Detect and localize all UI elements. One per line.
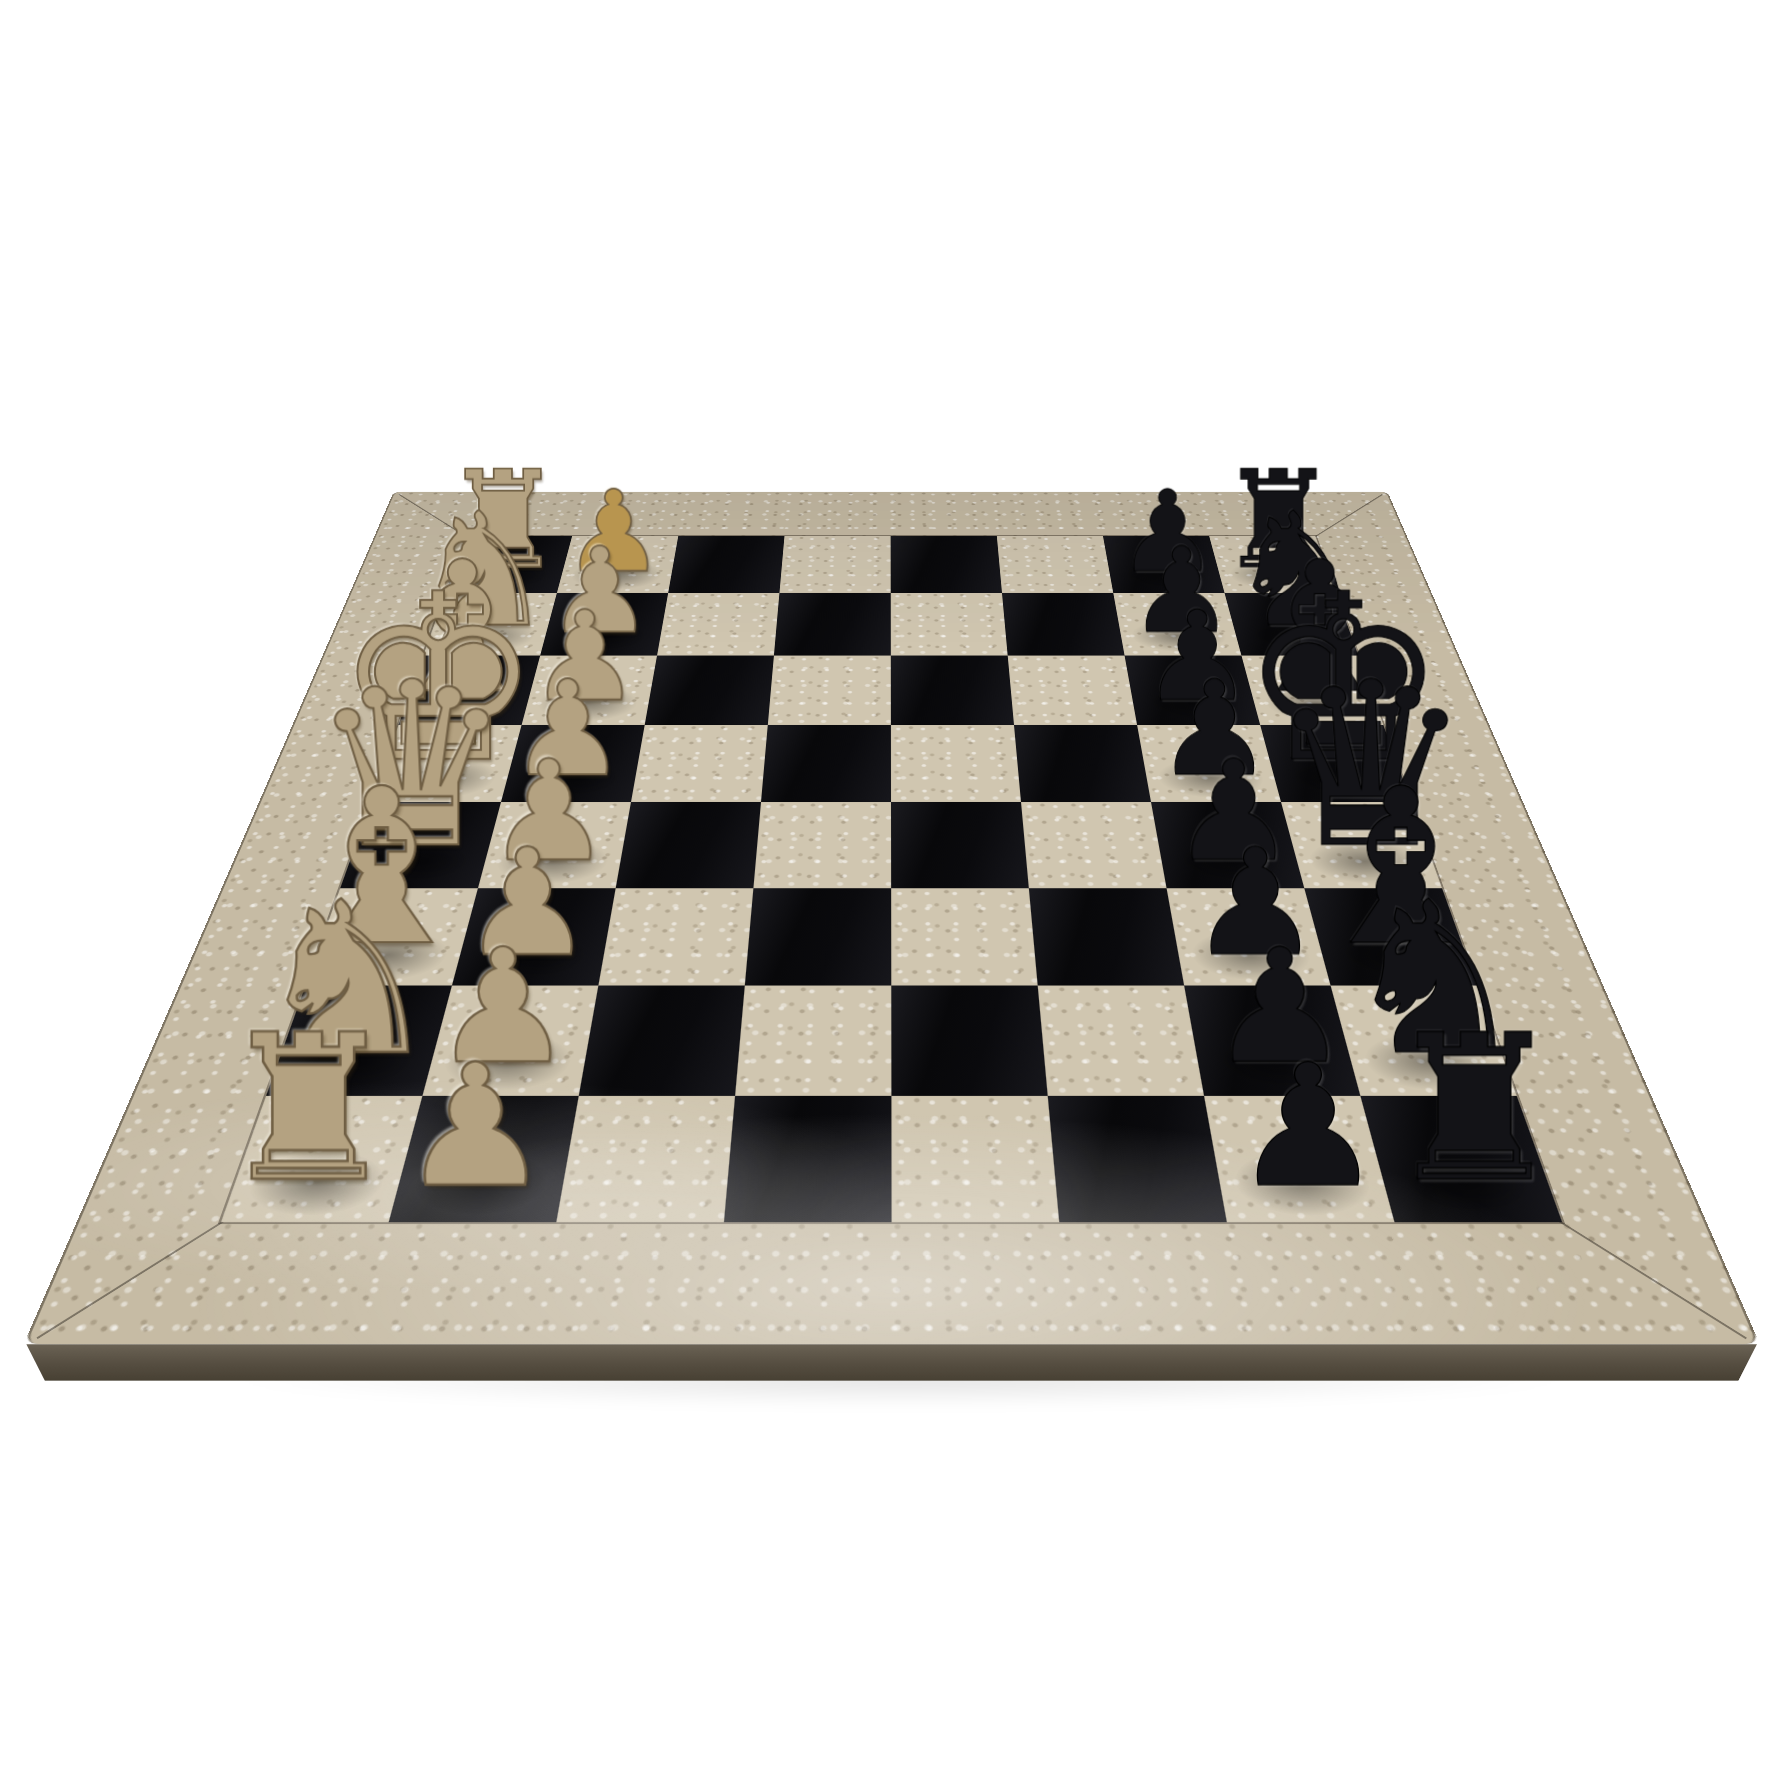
square-h5[interactable] [891, 536, 1002, 593]
square-g2[interactable] [540, 593, 668, 656]
scene: ♜♞♝♚♛♝♞♜♟♟♟♟♟♟♟♟♟♟♟♟♟♟♟♟♜♞♝♚♛♝♞♜ [0, 0, 1779, 1779]
square-h2[interactable] [557, 536, 678, 593]
square-g6[interactable] [1002, 593, 1125, 656]
square-f4[interactable] [768, 656, 891, 725]
square-f6[interactable] [1008, 656, 1137, 725]
piece-anchor-a2: ♟ [389, 1096, 579, 1222]
square-h6[interactable] [997, 536, 1113, 593]
piece-black-rook[interactable]: ♜ [1301, 1007, 1647, 1209]
square-g7[interactable] [1113, 593, 1241, 656]
square-h1[interactable] [446, 536, 572, 593]
square-e5[interactable] [891, 725, 1021, 802]
square-f5[interactable] [891, 656, 1014, 725]
square-h8[interactable] [1209, 536, 1336, 593]
square-g4[interactable] [774, 593, 891, 656]
square-h3[interactable] [668, 536, 784, 593]
slab-front-edge [26, 1344, 1757, 1381]
photo-canvas: ♜♞♝♚♛♝♞♜♟♟♟♟♟♟♟♟♟♟♟♟♟♟♟♟♜♞♝♚♛♝♞♜ [0, 0, 1779, 1779]
piece-anchor-a8: ♜ [1360, 1096, 1562, 1222]
piece-white-pawn[interactable]: ♟ [302, 1041, 648, 1210]
square-e4[interactable] [761, 725, 891, 802]
square-h4[interactable] [779, 536, 890, 593]
square-h7[interactable] [1103, 536, 1225, 593]
square-g3[interactable] [657, 593, 779, 656]
square-g5[interactable] [891, 593, 1008, 656]
square-f3[interactable] [645, 656, 774, 725]
chess-board-slab: ♜♞♝♚♛♝♞♜♟♟♟♟♟♟♟♟♟♟♟♟♟♟♟♟♜♞♝♚♛♝♞♜ [24, 492, 1760, 1345]
